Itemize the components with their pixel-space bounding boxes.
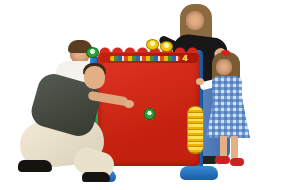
girl-dress-skirt: [206, 98, 250, 138]
girl-face: [216, 59, 232, 75]
girl-leg: [220, 136, 227, 158]
girl-leg: [231, 136, 238, 158]
girl-hand: [196, 78, 204, 85]
man-head: [84, 66, 105, 89]
man-hand: [124, 100, 134, 108]
cell-r6c7: [144, 108, 155, 120]
man-shoe: [82, 172, 110, 182]
loose-yellow-disc-1: [146, 39, 159, 50]
woman-face: [186, 11, 204, 30]
loose-yellow-disc-2: [160, 41, 173, 52]
photo-scene: 4: [0, 0, 285, 190]
man-shoe: [18, 160, 52, 172]
girl-red-shoe: [215, 156, 230, 164]
girl-red-shoe: [230, 158, 244, 166]
spare-discs-stack: [187, 106, 204, 154]
girl-figure: [206, 50, 254, 172]
man-figure: [16, 58, 142, 188]
banner-number-4: 4: [182, 54, 187, 63]
spare-disc: [188, 147, 203, 153]
girl-red-hair-tie: [221, 50, 230, 56]
